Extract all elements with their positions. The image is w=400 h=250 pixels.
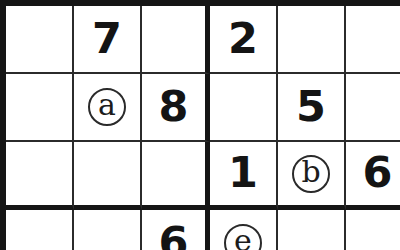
given-digit: 8 [159,85,189,128]
sudoku-crop-viewport: 72a851b66e [0,0,400,250]
cell-r1c3[interactable] [142,6,210,74]
cell-r4c5[interactable] [278,210,346,250]
given-digit: 6 [363,151,393,194]
circled-label-letter: a [98,90,116,120]
circled-label-letter: b [301,157,320,187]
circled-label-letter: e [234,226,252,250]
cell-r3c3[interactable] [142,142,210,210]
cell-r2c6[interactable] [346,74,400,142]
cell-r3c4[interactable]: 1 [210,142,278,210]
circled-label: a [88,88,126,126]
cell-r3c2[interactable] [74,142,142,210]
circled-label: b [292,155,330,193]
sudoku-board: 72a851b66e [0,0,400,250]
cell-r3c1[interactable] [6,142,74,210]
cell-r4c2[interactable] [74,210,142,250]
cell-r1c2[interactable]: 7 [74,6,142,74]
given-digit: 5 [296,85,326,128]
given-digit: 2 [228,17,258,60]
cell-r4c6[interactable] [346,210,400,250]
cell-r2c4[interactable] [210,74,278,142]
cell-r4c4[interactable]: e [210,210,278,250]
cell-r2c5[interactable]: 5 [278,74,346,142]
given-digit: 1 [228,151,258,194]
cell-r4c3[interactable]: 6 [142,210,210,250]
cell-r1c4[interactable]: 2 [210,6,278,74]
cell-r3c5[interactable]: b [278,142,346,210]
cell-r4c1[interactable] [6,210,74,250]
cell-r2c1[interactable] [6,74,74,142]
circled-label: e [224,224,262,250]
cell-r2c2[interactable]: a [74,74,142,142]
cell-r1c6[interactable] [346,6,400,74]
cell-r2c3[interactable]: 8 [142,74,210,142]
cell-r1c5[interactable] [278,6,346,74]
given-digit: 7 [92,17,122,60]
cell-r3c6[interactable]: 6 [346,142,400,210]
given-digit: 6 [159,221,189,250]
cell-r1c1[interactable] [6,6,74,74]
